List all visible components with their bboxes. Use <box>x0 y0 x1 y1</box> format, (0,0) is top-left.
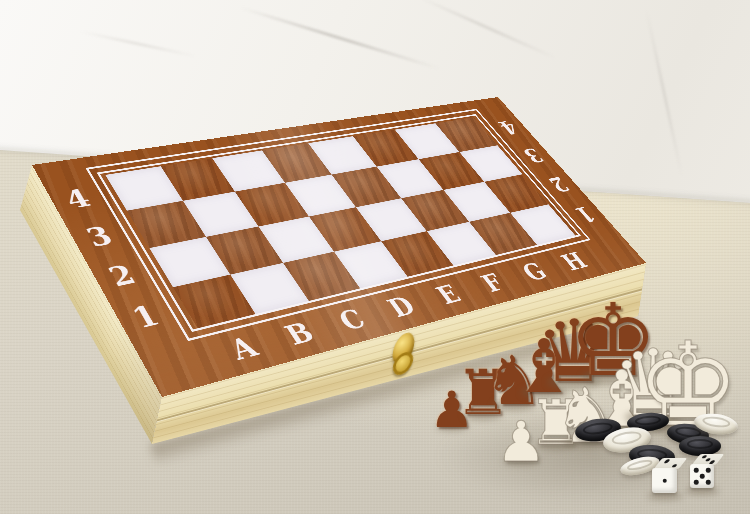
marble-vein <box>239 6 441 70</box>
black-checker-disc <box>679 436 721 456</box>
marble-vein <box>79 30 197 58</box>
die-pip <box>671 464 677 468</box>
die-pip <box>694 480 699 485</box>
die-pip <box>662 478 667 483</box>
die-pip <box>700 474 705 479</box>
photo-stage: 4321 4321 ABCDEFGH ♟♜♞♝♛♚♟♜♞♝♛♚ <box>0 0 750 514</box>
die-pip <box>664 460 670 464</box>
die-pip <box>706 480 711 485</box>
die-pip <box>694 468 699 473</box>
die-2 <box>690 454 724 490</box>
marble-vein <box>645 10 683 177</box>
die-front-face <box>690 464 714 488</box>
marble-vein <box>419 0 557 60</box>
brass-clasp-icon <box>385 329 420 377</box>
die-pip <box>706 468 711 473</box>
die-1 <box>652 458 687 495</box>
die-front-face <box>652 468 677 493</box>
